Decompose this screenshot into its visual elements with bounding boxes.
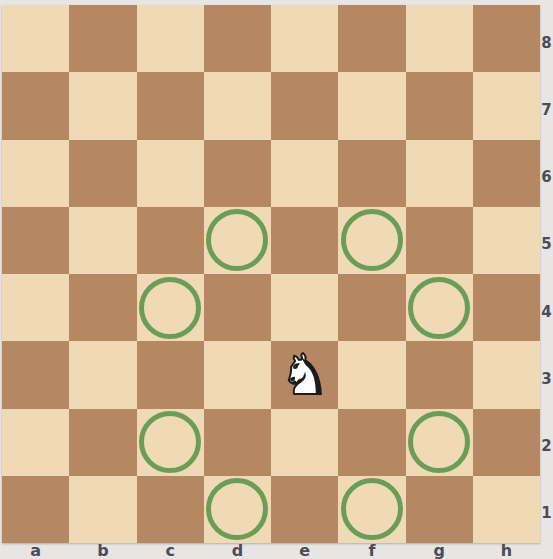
square-f4[interactable] — [338, 274, 405, 341]
square-h5[interactable] — [473, 207, 540, 274]
square-c1[interactable] — [137, 476, 204, 543]
square-b6[interactable] — [69, 140, 136, 207]
square-b5[interactable] — [69, 207, 136, 274]
square-c3[interactable] — [137, 341, 204, 408]
square-g8[interactable] — [406, 5, 473, 72]
square-a1[interactable] — [2, 476, 69, 543]
square-h4[interactable] — [473, 274, 540, 341]
square-d1[interactable] — [204, 476, 271, 543]
square-b2[interactable] — [69, 409, 136, 476]
square-e2[interactable] — [271, 409, 338, 476]
square-f6[interactable] — [338, 140, 405, 207]
file-label-a: a — [2, 543, 69, 559]
rank-label-4: 4 — [540, 274, 553, 341]
legal-move-ring-c2 — [139, 411, 201, 473]
square-g4[interactable] — [406, 274, 473, 341]
square-d4[interactable] — [204, 274, 271, 341]
rank-label-1: 1 — [540, 476, 553, 543]
square-c4[interactable] — [137, 274, 204, 341]
square-h3[interactable] — [473, 341, 540, 408]
square-c7[interactable] — [137, 72, 204, 139]
square-b8[interactable] — [69, 5, 136, 72]
square-f2[interactable] — [338, 409, 405, 476]
chess-app-page: ♞ 87654321 abcdefgh — [0, 0, 553, 559]
square-c6[interactable] — [137, 140, 204, 207]
file-label-d: d — [204, 543, 271, 559]
rank-labels: 87654321 — [540, 5, 553, 543]
legal-move-ring-d5 — [206, 209, 268, 271]
legal-move-ring-f1 — [341, 478, 403, 540]
square-h1[interactable] — [473, 476, 540, 543]
square-g1[interactable] — [406, 476, 473, 543]
file-label-b: b — [69, 543, 136, 559]
file-label-f: f — [338, 543, 405, 559]
rank-label-8: 8 — [540, 5, 553, 72]
square-d5[interactable] — [204, 207, 271, 274]
square-g2[interactable] — [406, 409, 473, 476]
square-d8[interactable] — [204, 5, 271, 72]
square-f7[interactable] — [338, 72, 405, 139]
legal-move-ring-g2 — [408, 411, 470, 473]
square-h2[interactable] — [473, 409, 540, 476]
square-a6[interactable] — [2, 140, 69, 207]
rank-label-7: 7 — [540, 72, 553, 139]
square-d2[interactable] — [204, 409, 271, 476]
square-a7[interactable] — [2, 72, 69, 139]
square-b7[interactable] — [69, 72, 136, 139]
rank-label-5: 5 — [540, 207, 553, 274]
square-h7[interactable] — [473, 72, 540, 139]
legal-move-ring-f5 — [341, 209, 403, 271]
square-b3[interactable] — [69, 341, 136, 408]
legal-move-ring-d1 — [206, 478, 268, 540]
square-f5[interactable] — [338, 207, 405, 274]
square-d6[interactable] — [204, 140, 271, 207]
square-d7[interactable] — [204, 72, 271, 139]
square-a4[interactable] — [2, 274, 69, 341]
square-a3[interactable] — [2, 341, 69, 408]
square-e4[interactable] — [271, 274, 338, 341]
square-a8[interactable] — [2, 5, 69, 72]
square-e6[interactable] — [271, 140, 338, 207]
file-label-g: g — [406, 543, 473, 559]
file-label-e: e — [271, 543, 338, 559]
square-e8[interactable] — [271, 5, 338, 72]
square-g5[interactable] — [406, 207, 473, 274]
file-labels: abcdefgh — [2, 543, 540, 559]
square-e5[interactable] — [271, 207, 338, 274]
file-label-h: h — [473, 543, 540, 559]
chess-board: ♞ — [2, 5, 540, 543]
legal-move-ring-c4 — [139, 277, 201, 339]
square-h8[interactable] — [473, 5, 540, 72]
square-e1[interactable] — [271, 476, 338, 543]
rank-label-6: 6 — [540, 140, 553, 207]
square-b4[interactable] — [69, 274, 136, 341]
square-c8[interactable] — [137, 5, 204, 72]
square-a5[interactable] — [2, 207, 69, 274]
square-f8[interactable] — [338, 5, 405, 72]
square-g6[interactable] — [406, 140, 473, 207]
square-g7[interactable] — [406, 72, 473, 139]
square-e7[interactable] — [271, 72, 338, 139]
file-label-c: c — [137, 543, 204, 559]
legal-move-ring-g4 — [408, 277, 470, 339]
rank-label-2: 2 — [540, 409, 553, 476]
square-d3[interactable] — [204, 341, 271, 408]
square-a2[interactable] — [2, 409, 69, 476]
piece-white-knight[interactable]: ♞ — [280, 347, 330, 403]
square-f1[interactable] — [338, 476, 405, 543]
square-e3[interactable]: ♞ — [271, 341, 338, 408]
square-c2[interactable] — [137, 409, 204, 476]
square-g3[interactable] — [406, 341, 473, 408]
square-f3[interactable] — [338, 341, 405, 408]
square-c5[interactable] — [137, 207, 204, 274]
square-b1[interactable] — [69, 476, 136, 543]
square-h6[interactable] — [473, 140, 540, 207]
rank-label-3: 3 — [540, 341, 553, 408]
